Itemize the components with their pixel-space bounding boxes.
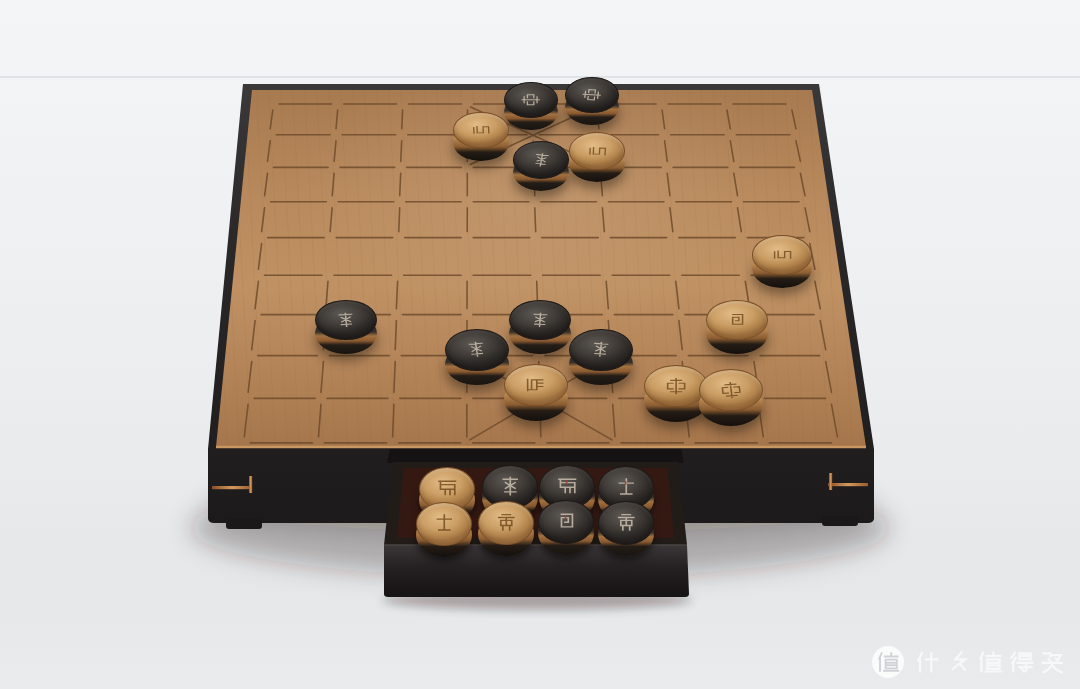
copper-inlay-right: [828, 483, 868, 486]
piece-drawer: [384, 449, 689, 597]
board-top: [216, 90, 866, 447]
product-photo-scene: [0, 0, 1080, 689]
watermark-text: [914, 647, 1066, 677]
board-right-foot: [822, 516, 858, 526]
drawer-front-panel: [384, 545, 689, 597]
board-left-foot: [226, 519, 262, 529]
watermark-badge-icon: [871, 645, 905, 679]
smzdm-watermark: [871, 645, 1066, 679]
drawer-slot: [387, 449, 684, 463]
xiangqi-board: [0, 0, 1080, 689]
copper-inlay-left: [212, 486, 252, 489]
